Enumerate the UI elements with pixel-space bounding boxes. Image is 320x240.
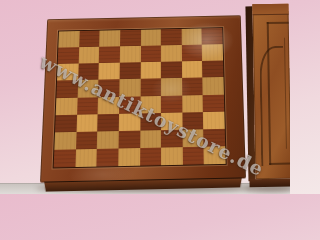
board-square bbox=[79, 31, 100, 48]
board-square bbox=[97, 131, 119, 149]
board-square bbox=[203, 111, 225, 129]
board-square bbox=[140, 113, 161, 131]
board-square bbox=[78, 47, 99, 64]
photo-background: { "game": "chess", "description": "Antiq… bbox=[0, 0, 290, 194]
board-square bbox=[204, 129, 226, 147]
board-square bbox=[77, 97, 98, 115]
board-square bbox=[76, 114, 98, 132]
board-square bbox=[97, 113, 118, 131]
board-square bbox=[161, 112, 182, 130]
board-square bbox=[140, 147, 162, 165]
board-square bbox=[161, 78, 182, 95]
board-square bbox=[119, 62, 140, 79]
board-square bbox=[181, 28, 202, 45]
board-square bbox=[119, 96, 140, 114]
board-square bbox=[182, 95, 203, 113]
lid-bottom-side-face bbox=[249, 179, 290, 188]
board-square bbox=[120, 46, 141, 63]
board-square bbox=[203, 77, 224, 94]
board-square bbox=[57, 64, 78, 81]
chessboard bbox=[40, 15, 246, 182]
board-square bbox=[161, 29, 182, 46]
board-square bbox=[58, 31, 79, 48]
board-square bbox=[202, 61, 223, 78]
board-square bbox=[182, 147, 204, 165]
board-square bbox=[99, 46, 120, 63]
board-square bbox=[99, 30, 120, 47]
board-square bbox=[182, 78, 203, 95]
board-square bbox=[55, 114, 77, 132]
games-box-lid bbox=[245, 4, 290, 188]
board-square bbox=[161, 45, 182, 62]
board-square bbox=[58, 47, 79, 64]
board-square bbox=[140, 79, 161, 96]
board-square bbox=[202, 44, 223, 61]
board-playing-area bbox=[53, 27, 227, 168]
board-square bbox=[161, 129, 182, 147]
lid-frame-border bbox=[252, 4, 288, 16]
board-square bbox=[140, 29, 161, 46]
board-square bbox=[161, 147, 183, 165]
board-square bbox=[140, 46, 161, 63]
board-square bbox=[99, 63, 120, 80]
board-square bbox=[98, 80, 119, 97]
board-square bbox=[204, 146, 226, 164]
board-square bbox=[140, 96, 161, 114]
board-square bbox=[140, 62, 161, 79]
lid-inlay-arch bbox=[259, 46, 285, 166]
board-square bbox=[182, 61, 203, 78]
board-square bbox=[56, 80, 77, 97]
board-square bbox=[120, 30, 141, 47]
board-square bbox=[203, 94, 224, 112]
board-square bbox=[54, 149, 76, 167]
board-square bbox=[161, 62, 182, 79]
board-square bbox=[118, 130, 139, 148]
board-square bbox=[77, 80, 98, 97]
board-square bbox=[140, 130, 161, 148]
lid-top-face bbox=[252, 4, 290, 180]
board-square bbox=[182, 112, 203, 130]
board-square bbox=[119, 79, 140, 96]
lid-inlay-line-top bbox=[267, 22, 289, 24]
board-square bbox=[161, 95, 182, 113]
board-square bbox=[119, 113, 140, 131]
board-square bbox=[98, 96, 119, 114]
board-square bbox=[75, 149, 97, 167]
board-square bbox=[54, 132, 76, 150]
board-square bbox=[202, 28, 223, 45]
board-square bbox=[118, 148, 140, 166]
board-square bbox=[97, 148, 119, 166]
board-square bbox=[76, 131, 98, 149]
board-square bbox=[56, 97, 78, 115]
board-square bbox=[78, 63, 99, 80]
board-square bbox=[182, 45, 203, 62]
board-square bbox=[182, 129, 204, 147]
